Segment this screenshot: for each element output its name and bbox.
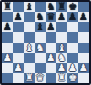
piece-white-pawn: ♟ [68,63,77,73]
square-c6[interactable] [24,22,35,32]
square-d7[interactable]: ♞ [35,12,46,22]
square-c7[interactable] [24,12,35,22]
piece-black-rook: ♜ [3,2,12,12]
square-a3[interactable]: ♟ [2,53,13,63]
square-d5[interactable] [35,32,46,42]
square-d2[interactable] [35,63,46,73]
square-h1[interactable] [78,73,89,83]
piece-white-bishop: ♝ [57,43,66,53]
piece-black-pawn: ♟ [79,12,88,22]
square-f8[interactable]: ♜ [56,2,67,12]
square-a8[interactable]: ♜ [2,2,13,12]
square-c4[interactable]: ♝ [24,43,35,53]
square-c5[interactable] [24,32,35,42]
square-f1[interactable]: ♜ [56,73,67,83]
square-a6[interactable]: ♟ [2,22,13,32]
piece-white-pawn: ♟ [46,53,55,63]
piece-white-rook: ♜ [25,73,34,83]
square-f4[interactable]: ♝ [56,43,67,53]
piece-black-bishop: ♝ [25,2,34,12]
square-e5[interactable] [46,32,57,42]
piece-black-knight: ♞ [36,12,45,22]
piece-white-bishop: ♝ [25,43,34,53]
square-b5[interactable] [13,32,24,42]
piece-white-pawn: ♟ [79,63,88,73]
square-a4[interactable] [2,43,13,53]
square-d6[interactable]: ♝ [35,22,46,32]
square-e7[interactable]: ♛ [46,12,57,22]
square-e8[interactable]: ♞ [46,2,57,12]
square-a2[interactable] [2,63,13,73]
piece-black-bishop: ♝ [36,22,45,32]
square-d4[interactable]: ♞ [35,43,46,53]
square-g4[interactable] [67,43,78,53]
square-h5[interactable] [78,32,89,42]
square-g7[interactable]: ♟ [67,12,78,22]
square-g1[interactable]: ♚ [67,73,78,83]
square-c8[interactable]: ♝ [24,2,35,12]
square-g6[interactable] [67,22,78,32]
square-d3[interactable] [35,53,46,63]
square-f7[interactable]: ♟ [56,12,67,22]
piece-black-pawn: ♟ [68,12,77,22]
piece-white-rook: ♜ [57,73,66,83]
square-h6[interactable] [78,22,89,32]
square-a1[interactable] [2,73,13,83]
piece-white-pawn: ♟ [57,63,66,73]
square-h7[interactable]: ♟ [78,12,89,22]
piece-white-pawn: ♟ [14,63,23,73]
square-b7[interactable]: ♟ [13,12,24,22]
piece-black-rook: ♜ [57,2,66,12]
square-f5[interactable] [56,32,67,42]
square-g3[interactable] [67,53,78,63]
square-b4[interactable] [13,43,24,53]
square-h3[interactable] [78,53,89,63]
square-h8[interactable] [78,2,89,12]
square-d8[interactable] [35,2,46,12]
square-b3[interactable] [13,53,24,63]
square-c3[interactable] [24,53,35,63]
square-b2[interactable]: ♟ [13,63,24,73]
square-g8[interactable]: ♚ [67,2,78,12]
square-h2[interactable]: ♟ [78,63,89,73]
chess-board-frame: ♜♝♞♜♚♟♞♛♟♟♟♟♝♟♝♞♝♟♟♞♟♟♟♟♜♛♜♚ [0,0,91,85]
chess-board: ♜♝♞♜♚♟♞♛♟♟♟♟♝♟♝♞♝♟♟♞♟♟♟♟♜♛♜♚ [2,2,89,83]
square-f3[interactable]: ♞ [56,53,67,63]
square-h4[interactable] [78,43,89,53]
square-g5[interactable] [67,32,78,42]
piece-black-pawn: ♟ [57,12,66,22]
square-b1[interactable] [13,73,24,83]
square-e3[interactable]: ♟ [46,53,57,63]
piece-black-pawn: ♟ [14,12,23,22]
piece-black-knight: ♞ [46,2,55,12]
square-e1[interactable] [46,73,57,83]
square-g2[interactable]: ♟ [67,63,78,73]
square-f2[interactable]: ♟ [56,63,67,73]
square-c2[interactable] [24,63,35,73]
square-a7[interactable] [2,12,13,22]
square-f6[interactable] [56,22,67,32]
square-e6[interactable]: ♟ [46,22,57,32]
square-a5[interactable] [2,32,13,42]
piece-black-pawn: ♟ [46,22,55,32]
piece-black-queen: ♛ [46,12,55,22]
piece-white-knight: ♞ [57,53,66,63]
piece-white-king: ♚ [68,73,77,83]
square-c1[interactable]: ♜ [24,73,35,83]
square-d1[interactable]: ♛ [35,73,46,83]
piece-white-pawn: ♟ [3,53,12,63]
piece-black-pawn: ♟ [3,22,12,32]
square-e4[interactable] [46,43,57,53]
piece-white-knight: ♞ [36,43,45,53]
piece-black-king: ♚ [68,2,77,12]
square-b6[interactable] [13,22,24,32]
piece-white-queen: ♛ [36,73,45,83]
square-b8[interactable] [13,2,24,12]
square-e2[interactable] [46,63,57,73]
